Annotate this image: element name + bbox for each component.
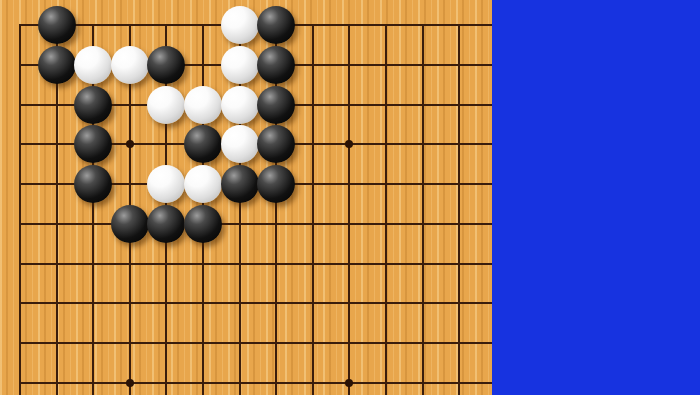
black-stone [184,125,222,163]
screenshot-root: 挤占据眼位破眼 扑破眼是好手 [0,0,700,395]
grid-line-vertical [422,24,424,395]
black-stone [257,46,295,84]
go-board [0,0,492,395]
grid-line-vertical [312,24,314,395]
white-stone [147,165,185,203]
white-stone [147,86,185,124]
black-stone [74,165,112,203]
star-point [126,379,134,387]
star-point [345,140,353,148]
black-stone [257,125,295,163]
black-stone [38,6,76,44]
white-stone [221,125,259,163]
white-stone [221,6,259,44]
grid-line-vertical [385,24,387,395]
white-stone [184,86,222,124]
white-stone [184,165,222,203]
grid-line-vertical [19,24,21,395]
black-stone [147,205,185,243]
black-stone [257,86,295,124]
grid-line-vertical [348,24,350,395]
black-stone [257,165,295,203]
star-point [345,379,353,387]
black-stone [184,205,222,243]
black-stone [221,165,259,203]
black-stone [147,46,185,84]
white-stone [111,46,149,84]
caption-panel: 挤占据眼位破眼 扑破眼是好手 [492,0,700,395]
grid-line-vertical [458,24,460,395]
black-stone [111,205,149,243]
black-stone [257,6,295,44]
white-stone [221,86,259,124]
white-stone [74,46,112,84]
black-stone [38,46,76,84]
black-stone [74,86,112,124]
star-point [126,140,134,148]
white-stone [221,46,259,84]
black-stone [74,125,112,163]
